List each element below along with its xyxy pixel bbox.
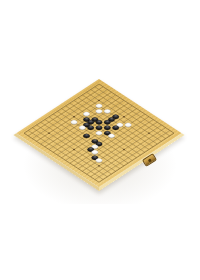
stones: [53, 103, 146, 164]
product-photo: [0, 0, 200, 280]
clasp-pin-icon: [147, 158, 151, 162]
